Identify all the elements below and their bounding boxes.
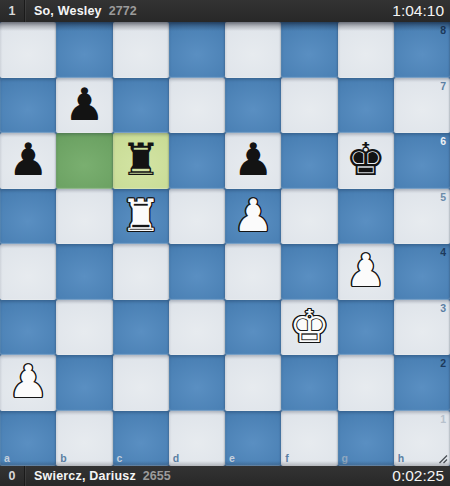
bottom-player-name: Swiercz, Dariusz (34, 469, 136, 483)
square-h6[interactable]: 6 (394, 133, 450, 189)
file-label-h: h (398, 452, 404, 464)
square-h7[interactable]: 7 (394, 78, 450, 134)
square-d7[interactable] (169, 78, 225, 134)
square-c8[interactable] (113, 22, 169, 78)
rank-label-4: 4 (440, 246, 446, 258)
square-a5[interactable] (0, 189, 56, 245)
rank-label-1: 1 (440, 413, 446, 425)
top-player-name: So, Wesley (34, 4, 102, 18)
top-player-clock: 1:04:10 (392, 2, 444, 20)
square-e7[interactable] (225, 78, 281, 134)
square-d8[interactable] (169, 22, 225, 78)
square-h4[interactable]: 4 (394, 244, 450, 300)
file-label-c: c (117, 452, 123, 464)
bottom-player-bar: 0 Swiercz, Dariusz 2655 0:02:25 (0, 466, 450, 486)
black-rook-piece[interactable]: ♜ (120, 137, 160, 182)
white-pawn-piece[interactable]: ♟ (8, 359, 48, 404)
square-g2[interactable] (338, 355, 394, 411)
file-label-a: a (4, 452, 10, 464)
square-b8[interactable] (56, 22, 112, 78)
white-pawn-piece[interactable]: ♟ (233, 193, 273, 238)
square-f1[interactable]: f (281, 411, 337, 467)
square-d6[interactable] (169, 133, 225, 189)
square-f4[interactable] (281, 244, 337, 300)
chess-app-window: 1 So, Wesley 2772 1:04:10 8♟7♟♜♟♚6♜♟5♟4♚… (0, 0, 450, 486)
file-label-e: e (229, 452, 235, 464)
rank-label-5: 5 (440, 191, 446, 203)
black-king-piece[interactable]: ♚ (345, 137, 385, 182)
square-f2[interactable] (281, 355, 337, 411)
square-h8[interactable]: 8 (394, 22, 450, 78)
rank-label-7: 7 (440, 80, 446, 92)
square-a6[interactable]: ♟ (0, 133, 56, 189)
square-f7[interactable] (281, 78, 337, 134)
square-e2[interactable] (225, 355, 281, 411)
black-pawn-piece[interactable]: ♟ (233, 137, 273, 182)
square-f5[interactable] (281, 189, 337, 245)
rank-label-3: 3 (440, 302, 446, 314)
bottom-player-score: 0 (0, 469, 24, 483)
square-g6[interactable]: ♚ (338, 133, 394, 189)
square-c1[interactable]: c (113, 411, 169, 467)
square-a3[interactable] (0, 300, 56, 356)
square-e1[interactable]: e (225, 411, 281, 467)
black-pawn-piece[interactable]: ♟ (64, 82, 104, 127)
square-g8[interactable] (338, 22, 394, 78)
square-e4[interactable] (225, 244, 281, 300)
square-e5[interactable]: ♟ (225, 189, 281, 245)
top-player-rating: 2772 (109, 4, 137, 18)
file-label-f: f (285, 452, 289, 464)
square-a8[interactable] (0, 22, 56, 78)
square-d2[interactable] (169, 355, 225, 411)
square-g5[interactable] (338, 189, 394, 245)
square-a2[interactable]: ♟ (0, 355, 56, 411)
square-c4[interactable] (113, 244, 169, 300)
square-b1[interactable]: b (56, 411, 112, 467)
divider (24, 0, 25, 22)
top-player-score: 1 (0, 4, 24, 18)
chess-board: 8♟7♟♜♟♚6♜♟5♟4♚3♟2abcdefg1h (0, 22, 450, 466)
square-h3[interactable]: 3 (394, 300, 450, 356)
square-c7[interactable] (113, 78, 169, 134)
white-king-piece[interactable]: ♚ (289, 304, 329, 349)
square-f3[interactable]: ♚ (281, 300, 337, 356)
square-d1[interactable]: d (169, 411, 225, 467)
rank-label-6: 6 (440, 135, 446, 147)
square-a1[interactable]: a (0, 411, 56, 467)
square-g7[interactable] (338, 78, 394, 134)
square-g3[interactable] (338, 300, 394, 356)
square-h1[interactable]: 1h (394, 411, 450, 467)
square-a7[interactable] (0, 78, 56, 134)
square-g4[interactable]: ♟ (338, 244, 394, 300)
square-b2[interactable] (56, 355, 112, 411)
square-c2[interactable] (113, 355, 169, 411)
square-b3[interactable] (56, 300, 112, 356)
file-label-g: g (342, 452, 348, 464)
square-e3[interactable] (225, 300, 281, 356)
bottom-player-rating: 2655 (143, 469, 171, 483)
square-b6[interactable] (56, 133, 112, 189)
square-g1[interactable]: g (338, 411, 394, 467)
black-pawn-piece[interactable]: ♟ (8, 137, 48, 182)
square-a4[interactable] (0, 244, 56, 300)
white-pawn-piece[interactable]: ♟ (345, 248, 385, 293)
square-e8[interactable] (225, 22, 281, 78)
square-d5[interactable] (169, 189, 225, 245)
square-d3[interactable] (169, 300, 225, 356)
square-d4[interactable] (169, 244, 225, 300)
square-f6[interactable] (281, 133, 337, 189)
square-c5[interactable]: ♜ (113, 189, 169, 245)
bottom-player-clock: 0:02:25 (392, 467, 444, 485)
square-c3[interactable] (113, 300, 169, 356)
divider (24, 466, 25, 486)
file-label-d: d (173, 452, 179, 464)
rank-label-2: 2 (440, 357, 446, 369)
rank-label-8: 8 (440, 24, 446, 36)
resize-handle-icon[interactable] (437, 453, 448, 464)
square-b5[interactable] (56, 189, 112, 245)
top-player-bar: 1 So, Wesley 2772 1:04:10 (0, 0, 450, 22)
square-b4[interactable] (56, 244, 112, 300)
file-label-b: b (60, 452, 66, 464)
square-f8[interactable] (281, 22, 337, 78)
square-e6[interactable]: ♟ (225, 133, 281, 189)
square-c6[interactable]: ♜ (113, 133, 169, 189)
square-h2[interactable]: 2 (394, 355, 450, 411)
square-h5[interactable]: 5 (394, 189, 450, 245)
white-rook-piece[interactable]: ♜ (120, 193, 160, 238)
square-b7[interactable]: ♟ (56, 78, 112, 134)
